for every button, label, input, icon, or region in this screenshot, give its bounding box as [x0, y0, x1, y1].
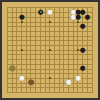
hoshi-point-D16	[21, 21, 23, 23]
hoshi-point-Q10	[77, 49, 79, 51]
hoshi-point-D10	[21, 49, 23, 51]
hoshi-point-K4	[49, 77, 51, 79]
hoshi-point-Q16	[77, 21, 79, 23]
go-board[interactable]: ●●●●●●●●●●●●●●●●●	[0, 0, 100, 100]
point-T1[interactable]	[90, 90, 95, 95]
last-move-marker-icon	[40, 11, 42, 13]
hoshi-point-K16	[49, 21, 51, 23]
go-intersections: ●●●●●●●●●●●●●●●●●	[5, 5, 94, 94]
hoshi-point-K10	[49, 49, 51, 51]
